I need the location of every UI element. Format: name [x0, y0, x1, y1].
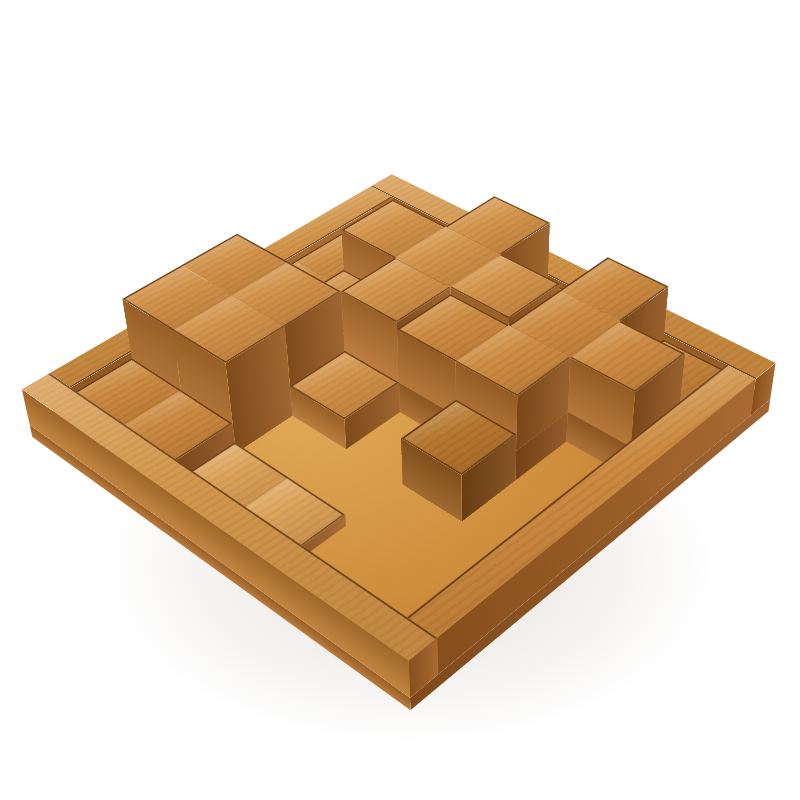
photo-scene	[0, 0, 800, 800]
board	[30, 208, 771, 698]
board-tilt	[0, 0, 800, 800]
